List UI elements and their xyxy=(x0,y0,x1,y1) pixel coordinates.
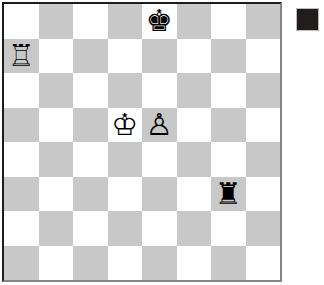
square-h8[interactable] xyxy=(246,4,281,39)
square-g2[interactable] xyxy=(211,211,246,246)
square-f6[interactable] xyxy=(177,73,212,108)
square-h5[interactable] xyxy=(246,108,281,143)
square-d2[interactable] xyxy=(108,211,143,246)
square-b1[interactable] xyxy=(39,246,74,281)
chess-diagram: ♚♖♔♙♜ xyxy=(0,0,324,285)
square-e3[interactable] xyxy=(142,177,177,212)
square-b2[interactable] xyxy=(39,211,74,246)
square-a1[interactable] xyxy=(4,246,39,281)
piece-white-pawn[interactable]: ♙ xyxy=(146,108,173,143)
square-d7[interactable] xyxy=(108,39,143,74)
square-b8[interactable] xyxy=(39,4,74,39)
square-g6[interactable] xyxy=(211,73,246,108)
square-d5[interactable]: ♔ xyxy=(108,108,143,143)
side-to-move-indicator xyxy=(296,8,319,31)
square-c5[interactable] xyxy=(73,108,108,143)
square-h3[interactable] xyxy=(246,177,281,212)
square-b3[interactable] xyxy=(39,177,74,212)
square-e8[interactable]: ♚ xyxy=(142,4,177,39)
square-g4[interactable] xyxy=(211,142,246,177)
square-f1[interactable] xyxy=(177,246,212,281)
square-a2[interactable] xyxy=(4,211,39,246)
square-f4[interactable] xyxy=(177,142,212,177)
chess-board: ♚♖♔♙♜ xyxy=(2,2,282,282)
square-d1[interactable] xyxy=(108,246,143,281)
square-g3[interactable]: ♜ xyxy=(211,177,246,212)
square-c6[interactable] xyxy=(73,73,108,108)
square-e2[interactable] xyxy=(142,211,177,246)
square-h1[interactable] xyxy=(246,246,281,281)
piece-white-rook[interactable]: ♖ xyxy=(8,39,35,74)
square-b7[interactable] xyxy=(39,39,74,74)
square-g7[interactable] xyxy=(211,39,246,74)
square-a3[interactable] xyxy=(4,177,39,212)
square-a4[interactable] xyxy=(4,142,39,177)
square-f3[interactable] xyxy=(177,177,212,212)
square-h2[interactable] xyxy=(246,211,281,246)
square-e5[interactable]: ♙ xyxy=(142,108,177,143)
piece-white-king[interactable]: ♔ xyxy=(111,108,138,143)
square-g1[interactable] xyxy=(211,246,246,281)
square-f7[interactable] xyxy=(177,39,212,74)
square-d6[interactable] xyxy=(108,73,143,108)
square-b5[interactable] xyxy=(39,108,74,143)
square-b6[interactable] xyxy=(39,73,74,108)
square-e4[interactable] xyxy=(142,142,177,177)
square-c8[interactable] xyxy=(73,4,108,39)
square-e1[interactable] xyxy=(142,246,177,281)
square-f5[interactable] xyxy=(177,108,212,143)
square-g5[interactable] xyxy=(211,108,246,143)
square-a6[interactable] xyxy=(4,73,39,108)
square-f2[interactable] xyxy=(177,211,212,246)
square-h4[interactable] xyxy=(246,142,281,177)
square-c7[interactable] xyxy=(73,39,108,74)
square-d8[interactable] xyxy=(108,4,143,39)
square-h7[interactable] xyxy=(246,39,281,74)
piece-black-rook[interactable]: ♜ xyxy=(215,177,242,212)
square-g8[interactable] xyxy=(211,4,246,39)
square-c3[interactable] xyxy=(73,177,108,212)
square-a7[interactable]: ♖ xyxy=(4,39,39,74)
square-e6[interactable] xyxy=(142,73,177,108)
square-f8[interactable] xyxy=(177,4,212,39)
square-h6[interactable] xyxy=(246,73,281,108)
square-e7[interactable] xyxy=(142,39,177,74)
piece-black-king[interactable]: ♚ xyxy=(146,4,173,39)
square-c1[interactable] xyxy=(73,246,108,281)
square-c2[interactable] xyxy=(73,211,108,246)
square-d4[interactable] xyxy=(108,142,143,177)
square-c4[interactable] xyxy=(73,142,108,177)
square-a5[interactable] xyxy=(4,108,39,143)
square-b4[interactable] xyxy=(39,142,74,177)
square-d3[interactable] xyxy=(108,177,143,212)
square-a8[interactable] xyxy=(4,4,39,39)
